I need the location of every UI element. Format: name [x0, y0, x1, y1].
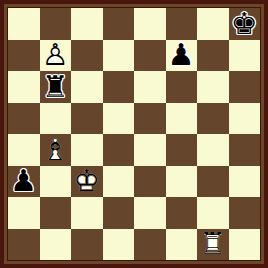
piece-black-king[interactable]: ♚	[229, 8, 261, 40]
square-g3[interactable]	[197, 166, 229, 198]
square-g8[interactable]	[197, 8, 229, 40]
black-piece-glyph: ♚	[229, 8, 261, 40]
white-piece-outline-glyph: ♖	[197, 229, 229, 261]
square-g5[interactable]	[197, 103, 229, 135]
square-h1[interactable]	[229, 229, 261, 261]
square-c1[interactable]	[71, 229, 103, 261]
square-e1[interactable]	[134, 229, 166, 261]
square-f1[interactable]	[166, 229, 198, 261]
piece-black-pawn[interactable]: ♟	[8, 166, 40, 198]
square-b6[interactable]: ♜	[40, 71, 72, 103]
piece-white-pawn[interactable]: ♟♙	[40, 40, 72, 72]
square-a3[interactable]: ♟	[8, 166, 40, 198]
square-b3[interactable]	[40, 166, 72, 198]
square-h4[interactable]	[229, 134, 261, 166]
square-g4[interactable]	[197, 134, 229, 166]
square-c7[interactable]	[71, 40, 103, 72]
square-f6[interactable]	[166, 71, 198, 103]
square-a6[interactable]	[8, 71, 40, 103]
square-c8[interactable]	[71, 8, 103, 40]
square-h7[interactable]	[229, 40, 261, 72]
square-e3[interactable]	[134, 166, 166, 198]
piece-black-rook[interactable]: ♜	[40, 71, 72, 103]
square-e8[interactable]	[134, 8, 166, 40]
square-h5[interactable]	[229, 103, 261, 135]
square-c2[interactable]	[71, 197, 103, 229]
board-frame-line: ♚♟♙♟♜♝♗♟♚♔♜♖	[7, 7, 261, 261]
square-b7[interactable]: ♟♙	[40, 40, 72, 72]
square-d7[interactable]	[103, 40, 135, 72]
square-f8[interactable]	[166, 8, 198, 40]
square-e4[interactable]	[134, 134, 166, 166]
square-a8[interactable]	[8, 8, 40, 40]
square-d1[interactable]	[103, 229, 135, 261]
white-piece-outline-glyph: ♗	[40, 134, 72, 166]
board-frame-inner: ♚♟♙♟♜♝♗♟♚♔♜♖	[4, 4, 264, 264]
square-a2[interactable]	[8, 197, 40, 229]
square-h8[interactable]: ♚	[229, 8, 261, 40]
square-e7[interactable]	[134, 40, 166, 72]
square-c6[interactable]	[71, 71, 103, 103]
square-c3[interactable]: ♚♔	[71, 166, 103, 198]
white-piece-outline-glyph: ♙	[40, 40, 72, 72]
square-a7[interactable]	[8, 40, 40, 72]
square-b2[interactable]	[40, 197, 72, 229]
square-b8[interactable]	[40, 8, 72, 40]
piece-white-bishop[interactable]: ♝♗	[40, 134, 72, 166]
square-a5[interactable]	[8, 103, 40, 135]
black-piece-glyph: ♟	[8, 166, 40, 198]
piece-black-pawn[interactable]: ♟	[166, 40, 198, 72]
square-f4[interactable]	[166, 134, 198, 166]
piece-white-rook[interactable]: ♜♖	[197, 229, 229, 261]
square-b1[interactable]	[40, 229, 72, 261]
square-g2[interactable]	[197, 197, 229, 229]
square-a4[interactable]	[8, 134, 40, 166]
square-e6[interactable]	[134, 71, 166, 103]
square-b5[interactable]	[40, 103, 72, 135]
square-h6[interactable]	[229, 71, 261, 103]
square-d8[interactable]	[103, 8, 135, 40]
square-d6[interactable]	[103, 71, 135, 103]
square-h2[interactable]	[229, 197, 261, 229]
square-f2[interactable]	[166, 197, 198, 229]
board-frame-outer: ♚♟♙♟♜♝♗♟♚♔♜♖	[0, 0, 268, 268]
square-h3[interactable]	[229, 166, 261, 198]
square-g1[interactable]: ♜♖	[197, 229, 229, 261]
square-b4[interactable]: ♝♗	[40, 134, 72, 166]
white-piece-outline-glyph: ♔	[71, 166, 103, 198]
square-f3[interactable]	[166, 166, 198, 198]
chess-board: ♚♟♙♟♜♝♗♟♚♔♜♖	[8, 8, 260, 260]
square-g6[interactable]	[197, 71, 229, 103]
square-d3[interactable]	[103, 166, 135, 198]
square-e5[interactable]	[134, 103, 166, 135]
square-f7[interactable]: ♟	[166, 40, 198, 72]
piece-white-king[interactable]: ♚♔	[71, 166, 103, 198]
black-piece-glyph: ♟	[166, 40, 198, 72]
square-c4[interactable]	[71, 134, 103, 166]
square-a1[interactable]	[8, 229, 40, 261]
square-e2[interactable]	[134, 197, 166, 229]
square-f5[interactable]	[166, 103, 198, 135]
black-piece-glyph: ♜	[40, 71, 72, 103]
square-d4[interactable]	[103, 134, 135, 166]
square-g7[interactable]	[197, 40, 229, 72]
square-d2[interactable]	[103, 197, 135, 229]
square-c5[interactable]	[71, 103, 103, 135]
square-d5[interactable]	[103, 103, 135, 135]
